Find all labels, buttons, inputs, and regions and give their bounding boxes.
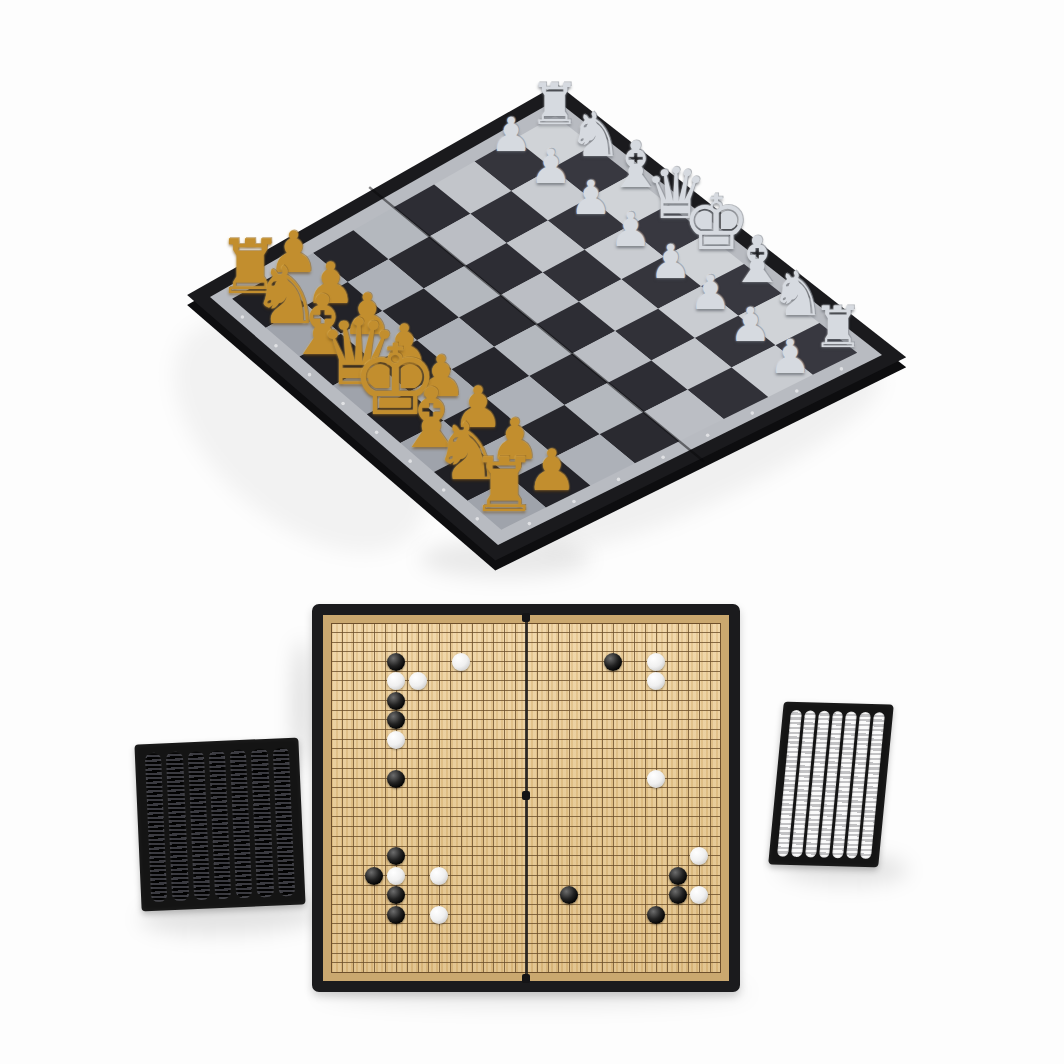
go-stone-white[interactable] xyxy=(690,847,708,865)
white-stone-tray xyxy=(768,702,894,868)
go-stone-black[interactable] xyxy=(365,867,383,885)
hinge xyxy=(522,791,530,800)
go-stone-black[interactable] xyxy=(387,886,405,904)
go-board xyxy=(312,604,740,992)
hinge xyxy=(522,613,530,622)
black-stone-stack xyxy=(166,752,189,902)
go-stone-black[interactable] xyxy=(669,886,687,904)
go-stone-black[interactable] xyxy=(387,692,405,710)
go-stone-black[interactable] xyxy=(669,867,687,885)
magnet-dot xyxy=(308,373,312,377)
go-stone-white[interactable] xyxy=(409,672,427,690)
magnet-dot xyxy=(442,488,446,492)
magnet-dot xyxy=(528,522,532,526)
black-stone-stack xyxy=(145,753,168,903)
magnet-dot xyxy=(661,455,665,459)
go-stone-black[interactable] xyxy=(387,906,405,924)
magnet-dot xyxy=(750,411,754,415)
magnet-dot xyxy=(375,431,379,435)
go-stone-black[interactable] xyxy=(560,886,578,904)
go-stone-white[interactable] xyxy=(430,906,448,924)
magnet-dot xyxy=(475,517,479,521)
magnet-dot xyxy=(840,367,844,371)
magnet-dot xyxy=(241,315,245,319)
magnet-dot xyxy=(617,478,621,482)
go-stone-black[interactable] xyxy=(647,906,665,924)
hinge xyxy=(522,974,530,983)
go-stone-white[interactable] xyxy=(647,672,665,690)
go-stone-white[interactable] xyxy=(452,653,470,671)
magnet-dot xyxy=(795,389,799,393)
go-stone-black[interactable] xyxy=(387,653,405,671)
black-stone-stack xyxy=(230,749,253,899)
go-stone-white[interactable] xyxy=(387,867,405,885)
black-stone-stack xyxy=(187,751,210,901)
magnet-dot xyxy=(572,500,576,504)
magnet-dot xyxy=(341,402,345,406)
go-stone-black[interactable] xyxy=(387,847,405,865)
go-stone-white[interactable] xyxy=(647,653,665,671)
go-stone-white[interactable] xyxy=(387,672,405,690)
go-stone-black[interactable] xyxy=(387,770,405,788)
black-stone-tray xyxy=(134,738,305,912)
black-stone-stack xyxy=(251,748,274,898)
magnet-dot xyxy=(274,344,278,348)
go-stone-white[interactable] xyxy=(430,867,448,885)
go-stone-white[interactable] xyxy=(647,770,665,788)
go-stone-black[interactable] xyxy=(387,711,405,729)
magnet-dot xyxy=(408,459,412,463)
product-photo: ♜♟♞♟♝♟♛♟♚♟♟♝♜♟♟♞♞♟♟♜♝♟♟♛♟♚♟♝♟♞♟♜ xyxy=(0,0,1064,1064)
magnet-dot xyxy=(706,433,710,437)
black-stone-stack xyxy=(272,747,295,897)
go-stone-white[interactable] xyxy=(690,886,708,904)
black-stone-stack xyxy=(209,750,232,900)
go-stone-white[interactable] xyxy=(387,731,405,749)
go-stone-black[interactable] xyxy=(604,653,622,671)
